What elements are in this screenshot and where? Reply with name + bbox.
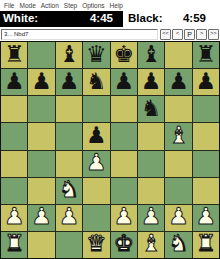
- square-e5[interactable]: [111, 123, 137, 149]
- black-king-e8[interactable]: ♚: [113, 43, 134, 66]
- square-b8[interactable]: [28, 42, 54, 68]
- square-e2[interactable]: ♟: [111, 205, 137, 231]
- white-clock-time: 4:45: [90, 13, 113, 25]
- black-pawn-e7[interactable]: ♟: [113, 70, 134, 93]
- square-f1[interactable]: ♝: [138, 232, 164, 258]
- square-d7[interactable]: ♞: [83, 69, 109, 95]
- square-c4[interactable]: [56, 151, 82, 177]
- fast-forward-button[interactable]: >>: [208, 29, 219, 40]
- square-g8[interactable]: [165, 42, 191, 68]
- square-c5[interactable]: [56, 123, 82, 149]
- square-a2[interactable]: ♟: [1, 205, 27, 231]
- square-d3[interactable]: [83, 178, 109, 204]
- white-bishop-f1[interactable]: ♝: [141, 232, 162, 255]
- black-rook-a8[interactable]: ♜: [4, 43, 25, 66]
- black-knight-f6[interactable]: ♞: [141, 97, 162, 120]
- white-clock-label: White:: [3, 13, 38, 25]
- square-h8[interactable]: ♜: [193, 42, 219, 68]
- menu-item-options[interactable]: Options: [82, 2, 104, 9]
- square-d5[interactable]: ♟: [83, 123, 109, 149]
- black-queen-d8[interactable]: ♛: [86, 43, 107, 66]
- black-pawn-a7[interactable]: ♟: [4, 70, 25, 93]
- square-c6[interactable]: [56, 96, 82, 122]
- square-b2[interactable]: ♟: [28, 205, 54, 231]
- square-d1[interactable]: ♛: [83, 232, 109, 258]
- square-c2[interactable]: ♟: [56, 205, 82, 231]
- square-f3[interactable]: [138, 178, 164, 204]
- white-king-e1[interactable]: ♚: [113, 232, 134, 255]
- square-e1[interactable]: ♚: [111, 232, 137, 258]
- black-pawn-d5[interactable]: ♟: [86, 124, 107, 147]
- square-a7[interactable]: ♟: [1, 69, 27, 95]
- white-pawn-h2[interactable]: ♟: [196, 205, 217, 228]
- square-b4[interactable]: [28, 151, 54, 177]
- square-e8[interactable]: ♚: [111, 42, 137, 68]
- rewind-to-start-button[interactable]: <<: [160, 29, 171, 40]
- menu-item-file[interactable]: File: [4, 2, 14, 9]
- square-h7[interactable]: ♟: [193, 69, 219, 95]
- white-pawn-c2[interactable]: ♟: [59, 205, 80, 228]
- square-h1[interactable]: ♜: [193, 232, 219, 258]
- square-g1[interactable]: ♞: [165, 232, 191, 258]
- black-pawn-h7[interactable]: ♟: [196, 70, 217, 93]
- black-pawn-g7[interactable]: ♟: [168, 70, 189, 93]
- square-g2[interactable]: ♟: [165, 205, 191, 231]
- chess-board: ♜♝♛♚♝♜♟♟♟♞♟♟♟♟♞♟♝♟♞♟♟♟♟♟♟♟♜♛♚♝♞♜: [0, 41, 220, 259]
- square-a1[interactable]: ♜: [1, 232, 27, 258]
- white-pawn-a2[interactable]: ♟: [4, 205, 25, 228]
- white-pawn-f2[interactable]: ♟: [141, 205, 162, 228]
- white-queen-d1[interactable]: ♛: [86, 232, 107, 255]
- black-knight-d7[interactable]: ♞: [86, 70, 107, 93]
- white-pawn-e2[interactable]: ♟: [113, 205, 134, 228]
- menu-item-help[interactable]: Help: [110, 2, 123, 9]
- black-pawn-f7[interactable]: ♟: [141, 70, 162, 93]
- white-bishop-g5[interactable]: ♝: [168, 124, 189, 147]
- square-b6[interactable]: [28, 96, 54, 122]
- square-b3[interactable]: [28, 178, 54, 204]
- square-a6[interactable]: [1, 96, 27, 122]
- square-d8[interactable]: ♛: [83, 42, 109, 68]
- square-f8[interactable]: ♝: [138, 42, 164, 68]
- square-e7[interactable]: ♟: [111, 69, 137, 95]
- square-e3[interactable]: [111, 178, 137, 204]
- black-clock-time: 4:59: [183, 13, 206, 25]
- square-g4[interactable]: [165, 151, 191, 177]
- black-rook-h8[interactable]: ♜: [196, 43, 217, 66]
- black-pawn-b7[interactable]: ♟: [31, 70, 52, 93]
- square-d6[interactable]: [83, 96, 109, 122]
- menu-bar: FileModeActionStepOptionsHelp: [0, 0, 220, 11]
- white-knight-g1[interactable]: ♞: [168, 232, 189, 255]
- square-a3[interactable]: [1, 178, 27, 204]
- white-pawn-b2[interactable]: ♟: [31, 205, 52, 228]
- move-bar: <<<P>>>: [0, 27, 220, 41]
- square-c1[interactable]: [56, 232, 82, 258]
- square-g7[interactable]: ♟: [165, 69, 191, 95]
- square-b7[interactable]: ♟: [28, 69, 54, 95]
- square-a5[interactable]: [1, 123, 27, 149]
- square-f5[interactable]: [138, 123, 164, 149]
- white-rook-h1[interactable]: ♜: [196, 232, 217, 255]
- black-bishop-c8[interactable]: ♝: [59, 43, 80, 66]
- square-g5[interactable]: ♝: [165, 123, 191, 149]
- nav-buttons: <<<P>>>: [160, 29, 219, 40]
- square-h5[interactable]: [193, 123, 219, 149]
- white-pawn-d4[interactable]: ♟: [86, 151, 107, 174]
- menu-item-step[interactable]: Step: [64, 2, 77, 9]
- square-d4[interactable]: ♟: [83, 151, 109, 177]
- square-g3[interactable]: [165, 178, 191, 204]
- square-a8[interactable]: ♜: [1, 42, 27, 68]
- square-d2[interactable]: [83, 205, 109, 231]
- square-b1[interactable]: [28, 232, 54, 258]
- square-h4[interactable]: [193, 151, 219, 177]
- black-pawn-c7[interactable]: ♟: [59, 70, 80, 93]
- pause-button[interactable]: P: [184, 29, 195, 40]
- square-e6[interactable]: [111, 96, 137, 122]
- square-h6[interactable]: [193, 96, 219, 122]
- square-c7[interactable]: ♟: [56, 69, 82, 95]
- square-c8[interactable]: ♝: [56, 42, 82, 68]
- square-f2[interactable]: ♟: [138, 205, 164, 231]
- black-clock[interactable]: Black: 4:59: [123, 11, 220, 27]
- menu-item-action[interactable]: Action: [41, 2, 59, 9]
- square-h2[interactable]: ♟: [193, 205, 219, 231]
- move-message-field[interactable]: [1, 29, 158, 40]
- white-rook-a1[interactable]: ♜: [4, 232, 25, 255]
- square-a4[interactable]: [1, 151, 27, 177]
- square-h3[interactable]: [193, 178, 219, 204]
- clock-bar: White: 4:45 Black: 4:59: [0, 11, 220, 27]
- black-bishop-f8[interactable]: ♝: [141, 43, 162, 66]
- black-clock-label: Black:: [128, 13, 163, 25]
- white-knight-c3[interactable]: ♞: [59, 178, 80, 201]
- menu-item-mode[interactable]: Mode: [19, 2, 35, 9]
- square-c3[interactable]: ♞: [56, 178, 82, 204]
- xboard-window: FileModeActionStepOptionsHelp White: 4:4…: [0, 0, 220, 259]
- white-clock[interactable]: White: 4:45: [0, 11, 123, 27]
- square-f4[interactable]: [138, 151, 164, 177]
- white-pawn-g2[interactable]: ♟: [168, 205, 189, 228]
- step-forward-button[interactable]: >: [196, 29, 207, 40]
- square-f7[interactable]: ♟: [138, 69, 164, 95]
- square-g6[interactable]: [165, 96, 191, 122]
- square-e4[interactable]: [111, 151, 137, 177]
- square-b5[interactable]: [28, 123, 54, 149]
- square-f6[interactable]: ♞: [138, 96, 164, 122]
- step-back-button[interactable]: <: [172, 29, 183, 40]
